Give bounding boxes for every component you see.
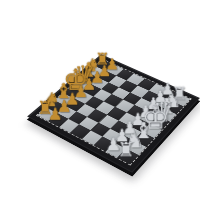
gold-pawn-h2: ♟: [48, 106, 62, 122]
chess-board: ♜♟♟♜♞♟♟♞♝♟♟♝♛♟♟♛♚♟♟♚♝♟♟♝♞♟♟♞♜♟♟♜: [27, 54, 200, 172]
silver-rook-h8: ♜: [117, 140, 132, 160]
board-playing-field: ♜♟♟♜♞♟♟♞♝♟♟♝♛♟♟♛♚♟♟♚♝♟♟♝♞♟♟♞♜♟♟♜: [36, 59, 192, 166]
chess-set-photo: ♜♟♟♜♞♟♟♞♝♟♟♝♛♟♟♛♚♟♟♚♝♟♟♝♞♟♟♞♜♟♟♜: [0, 0, 200, 200]
board-grid: ♜♟♟♜♞♟♟♞♝♟♟♝♛♟♟♛♚♟♟♚♝♟♟♝♞♟♟♞♜♟♟♜: [37, 60, 190, 165]
